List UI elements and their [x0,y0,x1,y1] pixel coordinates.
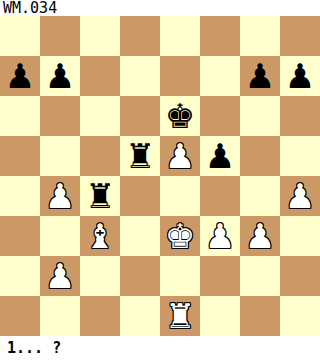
black-rook[interactable]: ♜ [85,176,115,216]
square-g8[interactable] [240,16,280,56]
square-f2[interactable] [200,256,240,296]
square-c8[interactable] [80,16,120,56]
square-h3[interactable] [280,216,320,256]
square-d8[interactable] [120,16,160,56]
square-a4[interactable] [0,176,40,216]
square-g7[interactable]: ♟ [240,56,280,96]
square-d3[interactable] [120,216,160,256]
square-b8[interactable] [40,16,80,56]
square-e3[interactable]: ♚ [160,216,200,256]
white-pawn[interactable]: ♟ [45,256,75,296]
square-d6[interactable] [120,96,160,136]
square-b1[interactable] [40,296,80,336]
square-d7[interactable] [120,56,160,96]
square-e5[interactable]: ♟ [160,136,200,176]
chess-board: ♟♟♟♟♚♜♟♟♟♜♟♝♚♟♟♟♜ [0,16,320,336]
square-b6[interactable] [40,96,80,136]
black-king[interactable]: ♚ [165,96,195,136]
white-pawn[interactable]: ♟ [285,176,315,216]
square-d5[interactable]: ♜ [120,136,160,176]
square-g6[interactable] [240,96,280,136]
white-pawn[interactable]: ♟ [165,136,195,176]
square-a7[interactable]: ♟ [0,56,40,96]
square-e8[interactable] [160,16,200,56]
square-f7[interactable] [200,56,240,96]
square-e2[interactable] [160,256,200,296]
square-h8[interactable] [280,16,320,56]
square-e6[interactable]: ♚ [160,96,200,136]
black-pawn[interactable]: ♟ [205,136,235,176]
square-c4[interactable]: ♜ [80,176,120,216]
square-h6[interactable] [280,96,320,136]
square-g1[interactable] [240,296,280,336]
square-a3[interactable] [0,216,40,256]
square-b2[interactable]: ♟ [40,256,80,296]
square-g4[interactable] [240,176,280,216]
square-g5[interactable] [240,136,280,176]
square-c1[interactable] [80,296,120,336]
square-g3[interactable]: ♟ [240,216,280,256]
black-pawn[interactable]: ♟ [5,56,35,96]
black-pawn[interactable]: ♟ [245,56,275,96]
square-b7[interactable]: ♟ [40,56,80,96]
square-a8[interactable] [0,16,40,56]
square-f5[interactable]: ♟ [200,136,240,176]
white-rook[interactable]: ♜ [165,296,195,336]
square-a6[interactable] [0,96,40,136]
black-pawn[interactable]: ♟ [45,56,75,96]
square-c7[interactable] [80,56,120,96]
square-g2[interactable] [240,256,280,296]
square-e4[interactable] [160,176,200,216]
move-prompt: 1... ? [7,336,61,360]
square-f1[interactable] [200,296,240,336]
square-c3[interactable]: ♝ [80,216,120,256]
square-h1[interactable] [280,296,320,336]
black-pawn[interactable]: ♟ [285,56,315,96]
square-a1[interactable] [0,296,40,336]
diagram-title: WM.034 [3,0,57,16]
black-rook[interactable]: ♜ [125,136,155,176]
square-f8[interactable] [200,16,240,56]
white-king[interactable]: ♚ [165,216,195,256]
square-d1[interactable] [120,296,160,336]
square-c5[interactable] [80,136,120,176]
square-a2[interactable] [0,256,40,296]
square-d4[interactable] [120,176,160,216]
square-h7[interactable]: ♟ [280,56,320,96]
white-pawn[interactable]: ♟ [45,176,75,216]
square-h4[interactable]: ♟ [280,176,320,216]
square-d2[interactable] [120,256,160,296]
square-e1[interactable]: ♜ [160,296,200,336]
white-pawn[interactable]: ♟ [245,216,275,256]
square-h2[interactable] [280,256,320,296]
square-c6[interactable] [80,96,120,136]
white-pawn[interactable]: ♟ [205,216,235,256]
square-b4[interactable]: ♟ [40,176,80,216]
square-a5[interactable] [0,136,40,176]
square-f4[interactable] [200,176,240,216]
square-h5[interactable] [280,136,320,176]
square-f6[interactable] [200,96,240,136]
square-c2[interactable] [80,256,120,296]
square-e7[interactable] [160,56,200,96]
square-b3[interactable] [40,216,80,256]
white-bishop[interactable]: ♝ [85,216,115,256]
square-b5[interactable] [40,136,80,176]
square-f3[interactable]: ♟ [200,216,240,256]
